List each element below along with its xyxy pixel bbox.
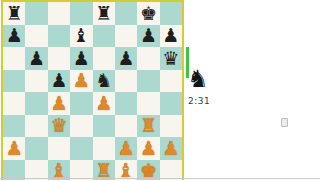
square-c4[interactable]: ♟: [48, 92, 70, 115]
white-pawn[interactable]: ♟: [137, 137, 159, 160]
screen-bottom-divider: [0, 178, 320, 179]
square-d7[interactable]: ♝: [70, 25, 92, 48]
black-rook[interactable]: ♜: [3, 2, 25, 25]
square-f7[interactable]: [115, 25, 137, 48]
square-c5[interactable]: ♟: [48, 70, 70, 93]
white-bishop[interactable]: ♝: [115, 160, 137, 181]
square-d5[interactable]: ♟: [70, 70, 92, 93]
square-e7[interactable]: [93, 25, 115, 48]
square-c6[interactable]: [48, 47, 70, 70]
square-h8[interactable]: [160, 2, 182, 25]
black-pawn[interactable]: ♟: [115, 47, 137, 70]
square-a5[interactable]: [3, 70, 25, 93]
square-g6[interactable]: [137, 47, 159, 70]
square-c2[interactable]: [48, 137, 70, 160]
square-c1[interactable]: ♝: [48, 160, 70, 181]
square-f4[interactable]: [115, 92, 137, 115]
square-a8[interactable]: ♜: [3, 2, 25, 25]
square-b6[interactable]: ♟: [25, 47, 47, 70]
black-pawn[interactable]: ♟: [137, 25, 159, 48]
square-f8[interactable]: [115, 2, 137, 25]
square-d1[interactable]: [70, 160, 92, 181]
black-knight-turn-icon: ♞: [186, 66, 210, 92]
square-g1[interactable]: ♚: [137, 160, 159, 181]
square-f3[interactable]: [115, 115, 137, 138]
square-f1[interactable]: ♝: [115, 160, 137, 181]
black-rook[interactable]: ♜: [93, 2, 115, 25]
black-knight[interactable]: ♞: [93, 70, 115, 93]
square-a1[interactable]: [3, 160, 25, 181]
square-h2[interactable]: ♟: [160, 137, 182, 160]
square-e1[interactable]: ♜: [93, 160, 115, 181]
square-e2[interactable]: [93, 137, 115, 160]
square-c8[interactable]: [48, 2, 70, 25]
square-b2[interactable]: [25, 137, 47, 160]
white-pawn[interactable]: ♟: [48, 92, 70, 115]
white-pawn[interactable]: ♟: [93, 92, 115, 115]
square-c3[interactable]: ♛: [48, 115, 70, 138]
square-d4[interactable]: [70, 92, 92, 115]
square-e5[interactable]: ♞: [93, 70, 115, 93]
square-h1[interactable]: [160, 160, 182, 181]
square-a7[interactable]: ♟: [3, 25, 25, 48]
black-pawn[interactable]: ♟: [160, 25, 182, 48]
square-g5[interactable]: [137, 70, 159, 93]
white-king[interactable]: ♚: [137, 160, 159, 181]
black-pawn[interactable]: ♟: [70, 47, 92, 70]
chess-board[interactable]: ♜♜♚♟♝♟♟♟♟♟♛♟♟♞♟♟♛♜♟♟♟♟♝♜♝♚: [1, 0, 184, 180]
white-rook[interactable]: ♜: [93, 160, 115, 181]
square-a4[interactable]: [3, 92, 25, 115]
black-king[interactable]: ♚: [137, 2, 159, 25]
black-pawn[interactable]: ♟: [25, 47, 47, 70]
black-bishop[interactable]: ♝: [70, 25, 92, 48]
square-b1[interactable]: [25, 160, 47, 181]
black-pawn[interactable]: ♟: [3, 25, 25, 48]
mouse-cursor-icon: [281, 118, 288, 127]
square-c7[interactable]: [48, 25, 70, 48]
square-a2[interactable]: ♟: [3, 137, 25, 160]
square-h7[interactable]: ♟: [160, 25, 182, 48]
square-h6[interactable]: ♛: [160, 47, 182, 70]
square-g8[interactable]: ♚: [137, 2, 159, 25]
square-b3[interactable]: [25, 115, 47, 138]
square-a6[interactable]: [3, 47, 25, 70]
square-d3[interactable]: [70, 115, 92, 138]
square-h4[interactable]: [160, 92, 182, 115]
square-d8[interactable]: [70, 2, 92, 25]
square-g2[interactable]: ♟: [137, 137, 159, 160]
square-b7[interactable]: [25, 25, 47, 48]
square-e3[interactable]: [93, 115, 115, 138]
square-a3[interactable]: [3, 115, 25, 138]
white-pawn[interactable]: ♟: [70, 70, 92, 93]
player-clock: 2:31: [188, 96, 218, 106]
white-pawn[interactable]: ♟: [160, 137, 182, 160]
white-pawn[interactable]: ♟: [115, 137, 137, 160]
black-queen[interactable]: ♛: [160, 47, 182, 70]
square-f2[interactable]: ♟: [115, 137, 137, 160]
white-bishop[interactable]: ♝: [48, 160, 70, 181]
white-rook[interactable]: ♜: [137, 115, 159, 138]
square-e4[interactable]: ♟: [93, 92, 115, 115]
square-g7[interactable]: ♟: [137, 25, 159, 48]
square-b4[interactable]: [25, 92, 47, 115]
square-b5[interactable]: [25, 70, 47, 93]
square-e8[interactable]: ♜: [93, 2, 115, 25]
square-b8[interactable]: [25, 2, 47, 25]
white-pawn[interactable]: ♟: [3, 137, 25, 160]
square-f5[interactable]: [115, 70, 137, 93]
square-g4[interactable]: [137, 92, 159, 115]
square-f6[interactable]: ♟: [115, 47, 137, 70]
square-g3[interactable]: ♜: [137, 115, 159, 138]
white-queen[interactable]: ♛: [48, 115, 70, 138]
square-e6[interactable]: [93, 47, 115, 70]
square-h3[interactable]: [160, 115, 182, 138]
square-d2[interactable]: [70, 137, 92, 160]
square-d6[interactable]: ♟: [70, 47, 92, 70]
square-h5[interactable]: [160, 70, 182, 93]
black-pawn[interactable]: ♟: [48, 70, 70, 93]
